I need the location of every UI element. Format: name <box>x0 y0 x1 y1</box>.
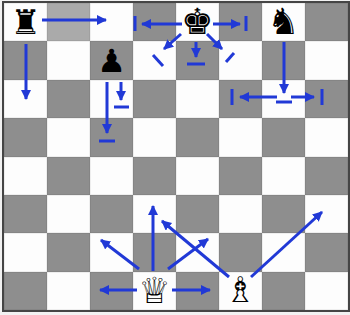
square-a3[interactable] <box>4 195 47 233</box>
square-d4[interactable] <box>133 157 176 195</box>
square-e4[interactable] <box>176 157 219 195</box>
square-e6[interactable] <box>176 80 219 118</box>
square-a6[interactable] <box>4 80 47 118</box>
square-f8[interactable] <box>219 3 262 41</box>
square-c7[interactable]: ♟ <box>90 41 133 79</box>
square-d2[interactable] <box>133 233 176 271</box>
square-f2[interactable] <box>219 233 262 271</box>
square-b1[interactable] <box>47 272 90 310</box>
square-a1[interactable] <box>4 272 47 310</box>
square-e3[interactable] <box>176 195 219 233</box>
square-b3[interactable] <box>47 195 90 233</box>
square-d7[interactable] <box>133 41 176 79</box>
square-a7[interactable] <box>4 41 47 79</box>
piece-white-bishop[interactable]: ♗ <box>225 273 256 308</box>
square-b7[interactable] <box>47 41 90 79</box>
square-f5[interactable] <box>219 118 262 156</box>
square-g6[interactable] <box>262 80 305 118</box>
chess-board: ♜♚♞♟♕♗ <box>2 1 350 312</box>
piece-black-rook[interactable]: ♜ <box>10 5 40 39</box>
square-g5[interactable] <box>262 118 305 156</box>
square-c3[interactable] <box>90 195 133 233</box>
square-h7[interactable] <box>305 41 348 79</box>
square-f7[interactable] <box>219 41 262 79</box>
piece-black-pawn[interactable]: ♟ <box>97 45 126 77</box>
square-g1[interactable] <box>262 272 305 310</box>
square-c5[interactable] <box>90 118 133 156</box>
piece-white-queen[interactable]: ♕ <box>138 273 170 309</box>
square-a4[interactable] <box>4 157 47 195</box>
square-f4[interactable] <box>219 157 262 195</box>
square-a5[interactable] <box>4 118 47 156</box>
square-b2[interactable] <box>47 233 90 271</box>
square-e8[interactable]: ♚ <box>176 3 219 41</box>
square-b6[interactable] <box>47 80 90 118</box>
square-d6[interactable] <box>133 80 176 118</box>
square-c8[interactable] <box>90 3 133 41</box>
square-e5[interactable] <box>176 118 219 156</box>
square-c2[interactable] <box>90 233 133 271</box>
square-c6[interactable] <box>90 80 133 118</box>
square-a8[interactable]: ♜ <box>4 3 47 41</box>
square-c4[interactable] <box>90 157 133 195</box>
square-h5[interactable] <box>305 118 348 156</box>
square-d8[interactable] <box>133 3 176 41</box>
square-a2[interactable] <box>4 233 47 271</box>
piece-black-king[interactable]: ♚ <box>181 4 213 40</box>
square-h6[interactable] <box>305 80 348 118</box>
square-f6[interactable] <box>219 80 262 118</box>
square-g3[interactable] <box>262 195 305 233</box>
square-h4[interactable] <box>305 157 348 195</box>
square-e1[interactable] <box>176 272 219 310</box>
square-h8[interactable] <box>305 3 348 41</box>
square-f3[interactable] <box>219 195 262 233</box>
square-b5[interactable] <box>47 118 90 156</box>
square-d1[interactable]: ♕ <box>133 272 176 310</box>
square-g4[interactable] <box>262 157 305 195</box>
square-g8[interactable]: ♞ <box>262 3 305 41</box>
square-d3[interactable] <box>133 195 176 233</box>
square-h1[interactable] <box>305 272 348 310</box>
square-h2[interactable] <box>305 233 348 271</box>
square-d5[interactable] <box>133 118 176 156</box>
square-b4[interactable] <box>47 157 90 195</box>
square-f1[interactable]: ♗ <box>219 272 262 310</box>
square-e7[interactable] <box>176 41 219 79</box>
piece-black-knight[interactable]: ♞ <box>267 4 299 40</box>
square-g2[interactable] <box>262 233 305 271</box>
square-b8[interactable] <box>47 3 90 41</box>
square-e2[interactable] <box>176 233 219 271</box>
square-g7[interactable] <box>262 41 305 79</box>
square-h3[interactable] <box>305 195 348 233</box>
square-c1[interactable] <box>90 272 133 310</box>
